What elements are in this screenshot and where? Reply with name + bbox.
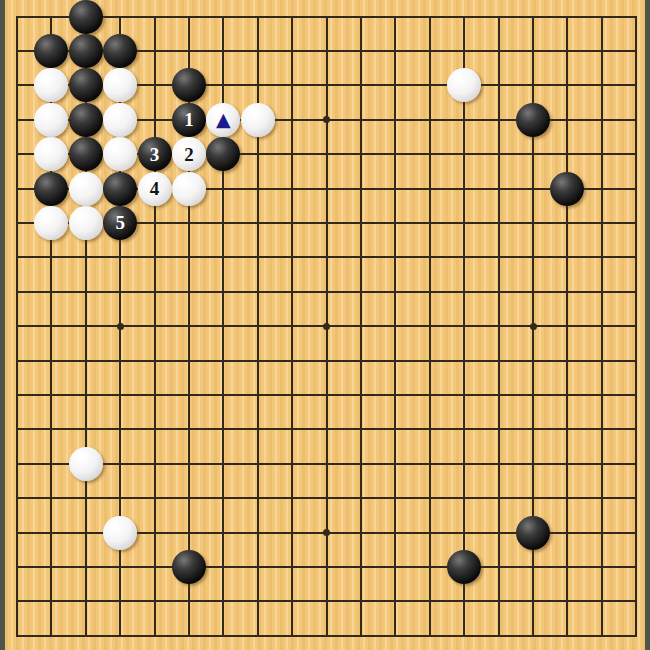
grid-line-horizontal bbox=[16, 463, 637, 465]
white-stone[interactable] bbox=[103, 137, 137, 171]
board-left-edge bbox=[0, 0, 5, 650]
white-stone[interactable] bbox=[447, 68, 481, 102]
white-stone[interactable] bbox=[241, 103, 275, 137]
grid-line-horizontal bbox=[16, 635, 637, 637]
move-number: 2 bbox=[184, 145, 194, 164]
black-stone[interactable] bbox=[69, 68, 103, 102]
white-stone[interactable] bbox=[34, 137, 68, 171]
black-stone[interactable] bbox=[516, 516, 550, 550]
black-stone[interactable] bbox=[69, 137, 103, 171]
grid-line-horizontal bbox=[16, 428, 637, 430]
white-stone[interactable]: ▲ bbox=[206, 103, 240, 137]
black-stone[interactable] bbox=[69, 0, 103, 34]
white-stone[interactable] bbox=[69, 206, 103, 240]
black-stone[interactable] bbox=[172, 68, 206, 102]
grid-line-vertical bbox=[566, 16, 568, 637]
grid-line-horizontal bbox=[16, 360, 637, 362]
black-stone[interactable] bbox=[172, 550, 206, 584]
grid-line-horizontal bbox=[16, 497, 637, 499]
white-stone[interactable] bbox=[172, 172, 206, 206]
white-stone[interactable] bbox=[103, 68, 137, 102]
black-stone[interactable] bbox=[516, 103, 550, 137]
grid-line-horizontal bbox=[16, 394, 637, 396]
move-number: 3 bbox=[150, 145, 160, 164]
black-stone[interactable]: 1 bbox=[172, 103, 206, 137]
black-stone[interactable]: 3 bbox=[138, 137, 172, 171]
star-point bbox=[117, 323, 124, 330]
grid-line-vertical bbox=[463, 16, 465, 637]
move-number: 4 bbox=[150, 179, 160, 198]
go-board[interactable]: 1▲3245 bbox=[0, 0, 650, 650]
black-stone[interactable] bbox=[103, 34, 137, 68]
grid-line-vertical bbox=[498, 16, 500, 637]
white-stone[interactable] bbox=[103, 516, 137, 550]
board-right-edge bbox=[645, 0, 650, 650]
grid-line-vertical bbox=[601, 16, 603, 637]
white-stone[interactable] bbox=[69, 447, 103, 481]
white-stone[interactable]: 2 bbox=[172, 137, 206, 171]
move-number: 5 bbox=[115, 213, 125, 232]
black-stone[interactable]: 5 bbox=[103, 206, 137, 240]
star-point bbox=[323, 323, 330, 330]
white-stone[interactable] bbox=[103, 103, 137, 137]
white-stone[interactable] bbox=[34, 206, 68, 240]
grid-line-horizontal bbox=[16, 566, 637, 568]
grid-line-vertical bbox=[360, 16, 362, 637]
white-stone[interactable] bbox=[34, 68, 68, 102]
black-stone[interactable] bbox=[206, 137, 240, 171]
star-point bbox=[530, 323, 537, 330]
star-point bbox=[323, 116, 330, 123]
grid-line-vertical bbox=[635, 16, 637, 637]
white-stone[interactable]: 4 bbox=[138, 172, 172, 206]
black-stone[interactable] bbox=[447, 550, 481, 584]
black-stone[interactable] bbox=[550, 172, 584, 206]
grid-line-vertical bbox=[429, 16, 431, 637]
grid-line-horizontal bbox=[16, 600, 637, 602]
black-stone[interactable] bbox=[34, 34, 68, 68]
triangle-marker-icon: ▲ bbox=[216, 110, 231, 129]
black-stone[interactable] bbox=[34, 172, 68, 206]
black-stone[interactable] bbox=[69, 34, 103, 68]
star-point bbox=[323, 529, 330, 536]
white-stone[interactable] bbox=[69, 172, 103, 206]
black-stone[interactable] bbox=[69, 103, 103, 137]
white-stone[interactable] bbox=[34, 103, 68, 137]
black-stone[interactable] bbox=[103, 172, 137, 206]
grid-line-vertical bbox=[394, 16, 396, 637]
move-number: 1 bbox=[184, 110, 194, 129]
